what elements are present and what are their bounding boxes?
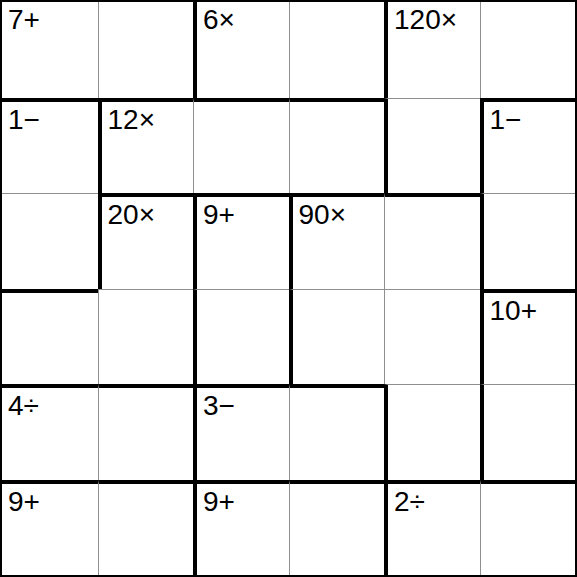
cage-label-4div: 4÷: [8, 390, 39, 421]
cell-r4c1[interactable]: [98, 384, 194, 480]
cage-label-10plus: 10+: [490, 295, 538, 326]
cell-r2c5[interactable]: [480, 193, 576, 289]
cage-label-9plus-mid: 9+: [203, 199, 235, 230]
cell-r2c2[interactable]: 9+: [193, 193, 289, 289]
cell-r2c3[interactable]: 90×: [289, 193, 385, 289]
cell-r1c2[interactable]: [193, 98, 289, 194]
cell-r0c0[interactable]: 7+: [2, 2, 98, 98]
cell-r5c4[interactable]: 2÷: [384, 480, 480, 576]
cell-r4c5[interactable]: [480, 384, 576, 480]
cage-label-120times: 120×: [394, 4, 457, 35]
cage-label-7plus: 7+: [8, 4, 40, 35]
cell-r4c3[interactable]: [289, 384, 385, 480]
cell-r5c5[interactable]: [480, 480, 576, 576]
cell-r1c3[interactable]: [289, 98, 385, 194]
cell-r4c4[interactable]: [384, 384, 480, 480]
cage-label-1minus-right: 1−: [490, 104, 522, 135]
cell-r0c4[interactable]: 120×: [384, 2, 480, 98]
cell-r5c0[interactable]: 9+: [2, 480, 98, 576]
cell-r3c4[interactable]: [384, 289, 480, 385]
cage-label-6times: 6×: [203, 4, 235, 35]
cell-r3c1[interactable]: [98, 289, 194, 385]
cell-r4c2[interactable]: 3−: [193, 384, 289, 480]
cell-r1c1[interactable]: 12×: [98, 98, 194, 194]
cell-r4c0[interactable]: 4÷: [2, 384, 98, 480]
cell-r3c2[interactable]: [193, 289, 289, 385]
cage-label-1minus-left: 1−: [8, 104, 40, 135]
cell-r0c5[interactable]: [480, 2, 576, 98]
cell-r3c0[interactable]: [2, 289, 98, 385]
cell-r1c5[interactable]: 1−: [480, 98, 576, 194]
cell-r5c2[interactable]: 9+: [193, 480, 289, 576]
cage-label-9plus-bottomleft: 9+: [8, 486, 40, 517]
cell-r0c1[interactable]: [98, 2, 194, 98]
cell-r0c2[interactable]: 6×: [193, 2, 289, 98]
cage-label-3minus: 3−: [203, 390, 235, 421]
cell-r3c3[interactable]: [289, 289, 385, 385]
cell-r2c4[interactable]: [384, 193, 480, 289]
cell-r2c1[interactable]: 20×: [98, 193, 194, 289]
cage-label-20times: 20×: [108, 199, 156, 230]
cell-r1c0[interactable]: 1−: [2, 98, 98, 194]
cell-r1c4[interactable]: [384, 98, 480, 194]
cage-label-12times: 12×: [108, 104, 156, 135]
cell-r5c3[interactable]: [289, 480, 385, 576]
cage-label-90times: 90×: [299, 199, 347, 230]
cell-r2c0[interactable]: [2, 193, 98, 289]
cage-label-9plus-bottommid: 9+: [203, 486, 235, 517]
cell-r5c1[interactable]: [98, 480, 194, 576]
cell-r3c5[interactable]: 10+: [480, 289, 576, 385]
kenken-board: 7+ 6× 120× 1− 12× 1− 20× 9+ 90× 10+ 4÷ 3…: [0, 0, 577, 577]
cell-r0c3[interactable]: [289, 2, 385, 98]
cage-label-2div: 2÷: [394, 486, 425, 517]
